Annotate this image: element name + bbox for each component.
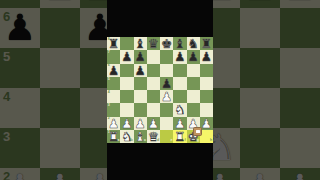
white-pawn[interactable]: ♟ xyxy=(174,117,185,130)
square-c2[interactable]: ♟ xyxy=(134,117,147,130)
square-a7[interactable]: 7 xyxy=(107,50,120,63)
black-pawn[interactable]: ♟ xyxy=(121,50,132,63)
square-e5[interactable]: ♟ xyxy=(160,77,173,90)
black-pawn[interactable]: ♟ xyxy=(135,50,146,63)
square-d6[interactable] xyxy=(147,64,160,77)
square-a5[interactable]: 5 xyxy=(107,77,120,90)
black-knight[interactable]: ♞ xyxy=(188,37,199,50)
black-pawn[interactable]: ♟ xyxy=(174,50,185,63)
white-bishop[interactable]: ♝ xyxy=(135,130,146,143)
square-f8[interactable]: ♝ xyxy=(173,37,186,50)
black-rook[interactable]: ♜ xyxy=(108,37,119,50)
square-e6[interactable] xyxy=(160,64,173,77)
white-pawn[interactable]: ♟ xyxy=(201,117,212,130)
square-d1[interactable]: d♛ xyxy=(147,130,160,143)
square-b3[interactable] xyxy=(120,103,133,116)
square-d3[interactable] xyxy=(147,103,160,116)
square-f1[interactable]: f♜ xyxy=(173,130,186,143)
white-knight[interactable]: ♞ xyxy=(174,103,185,116)
square-a1[interactable]: 1a♜ xyxy=(107,130,120,143)
square-e7[interactable] xyxy=(160,50,173,63)
square-h4[interactable] xyxy=(200,90,213,103)
white-pawn[interactable]: ♟ xyxy=(121,117,132,130)
square-d5[interactable] xyxy=(147,77,160,90)
white-pawn[interactable]: ♟ xyxy=(161,90,172,103)
square-b6[interactable] xyxy=(120,64,133,77)
open-book-icon xyxy=(196,130,200,133)
square-a3[interactable]: 3 xyxy=(107,103,120,116)
square-c4[interactable] xyxy=(134,90,147,103)
square-a4[interactable]: 4 xyxy=(107,90,120,103)
square-b2[interactable]: ♟ xyxy=(120,117,133,130)
square-d7[interactable] xyxy=(147,50,160,63)
square-f5[interactable] xyxy=(173,77,186,90)
square-g4[interactable] xyxy=(187,90,200,103)
black-bishop[interactable]: ♝ xyxy=(135,37,146,50)
chess-board[interactable]: 8♜♝♛♚♝♞♜7♟♟♟♟♟6♟♟5♟4♟3♞2♟♟♟♟♟♟♟1a♜b♞c♝d♛… xyxy=(107,37,213,143)
square-f7[interactable]: ♟ xyxy=(173,50,186,63)
square-c5[interactable] xyxy=(134,77,147,90)
square-c8[interactable]: ♝ xyxy=(134,37,147,50)
square-b4[interactable] xyxy=(120,90,133,103)
square-g6[interactable] xyxy=(187,64,200,77)
black-pawn[interactable]: ♟ xyxy=(108,64,119,77)
white-rook[interactable]: ♜ xyxy=(108,130,119,143)
rank-coordinate: 3 xyxy=(108,104,110,108)
black-queen[interactable]: ♛ xyxy=(148,37,159,50)
square-d8[interactable]: ♛ xyxy=(147,37,160,50)
file-coordinate: h xyxy=(210,139,212,143)
square-g5[interactable] xyxy=(187,77,200,90)
square-h5[interactable] xyxy=(200,77,213,90)
square-e1[interactable]: e xyxy=(160,130,173,143)
square-g7[interactable]: ♟ xyxy=(187,50,200,63)
square-c1[interactable]: c♝ xyxy=(134,130,147,143)
black-rook[interactable]: ♜ xyxy=(201,37,212,50)
black-pawn[interactable]: ♟ xyxy=(188,50,199,63)
square-f3[interactable]: ♞ xyxy=(173,103,186,116)
white-rook[interactable]: ♜ xyxy=(174,130,185,143)
square-g3[interactable] xyxy=(187,103,200,116)
square-f6[interactable] xyxy=(173,64,186,77)
square-c7[interactable]: ♟ xyxy=(134,50,147,63)
square-e2[interactable] xyxy=(160,117,173,130)
square-h3[interactable] xyxy=(200,103,213,116)
file-coordinate: e xyxy=(170,139,172,143)
black-pawn[interactable]: ♟ xyxy=(201,50,212,63)
square-b5[interactable] xyxy=(120,77,133,90)
video-frame: 7♟♟♟♟♟6♟♟5♟4♟3♞2♟♟♟♟♟♟♟ 8♜♝♛♚♝♞♜7♟♟♟♟♟6♟… xyxy=(0,0,320,180)
square-e8[interactable]: ♚ xyxy=(160,37,173,50)
white-pawn[interactable]: ♟ xyxy=(148,117,159,130)
square-d4[interactable] xyxy=(147,90,160,103)
square-h6[interactable] xyxy=(200,64,213,77)
book-move-badge xyxy=(193,127,202,136)
rank-coordinate: 7 xyxy=(108,51,110,55)
square-a6[interactable]: 6♟ xyxy=(107,64,120,77)
square-f2[interactable]: ♟ xyxy=(173,117,186,130)
video-content-strip: 8♜♝♛♚♝♞♜7♟♟♟♟♟6♟♟5♟4♟3♞2♟♟♟♟♟♟♟1a♜b♞c♝d♛… xyxy=(107,0,213,180)
white-pawn[interactable]: ♟ xyxy=(108,117,119,130)
square-g1[interactable]: g♚ xyxy=(187,130,200,143)
square-e3[interactable] xyxy=(160,103,173,116)
square-e4[interactable]: ♟ xyxy=(160,90,173,103)
square-a8[interactable]: 8♜ xyxy=(107,37,120,50)
square-b8[interactable] xyxy=(120,37,133,50)
rank-coordinate: 5 xyxy=(108,78,110,82)
white-pawn[interactable]: ♟ xyxy=(135,117,146,130)
square-f4[interactable] xyxy=(173,90,186,103)
rank-coordinate: 4 xyxy=(108,91,110,95)
square-h7[interactable]: ♟ xyxy=(200,50,213,63)
square-c3[interactable] xyxy=(134,103,147,116)
white-queen[interactable]: ♛ xyxy=(148,130,159,143)
black-bishop[interactable]: ♝ xyxy=(174,37,185,50)
square-g8[interactable]: ♞ xyxy=(187,37,200,50)
white-knight[interactable]: ♞ xyxy=(121,130,132,143)
square-a2[interactable]: 2♟ xyxy=(107,117,120,130)
black-pawn[interactable]: ♟ xyxy=(135,64,146,77)
square-h8[interactable]: ♜ xyxy=(200,37,213,50)
black-king[interactable]: ♚ xyxy=(161,37,172,50)
square-c6[interactable]: ♟ xyxy=(134,64,147,77)
black-pawn[interactable]: ♟ xyxy=(161,77,172,90)
square-d2[interactable]: ♟ xyxy=(147,117,160,130)
square-b1[interactable]: b♞ xyxy=(120,130,133,143)
square-b7[interactable]: ♟ xyxy=(120,50,133,63)
